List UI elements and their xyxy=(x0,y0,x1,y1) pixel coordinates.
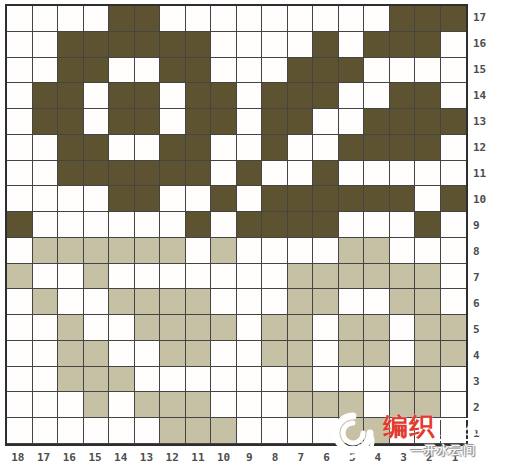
chart-cell xyxy=(339,6,365,32)
chart-cell xyxy=(135,83,161,109)
chart-cell xyxy=(135,418,161,444)
col-label: 13 xyxy=(134,447,160,467)
chart-cell xyxy=(135,392,161,418)
chart-cell xyxy=(135,264,161,290)
chart-cell xyxy=(415,32,441,58)
chart-cell xyxy=(415,109,441,135)
chart-cell xyxy=(390,315,416,341)
chart-cell xyxy=(441,212,467,238)
chart-cell xyxy=(390,32,416,58)
chart-cell xyxy=(160,315,186,341)
chart-cell xyxy=(58,161,84,187)
chart-cell xyxy=(7,367,33,393)
chart-cell xyxy=(109,367,135,393)
chart-cell xyxy=(160,212,186,238)
chart-cell xyxy=(7,58,33,84)
col-label: 17 xyxy=(31,447,57,467)
chart-cell xyxy=(262,212,288,238)
chart-cell xyxy=(313,238,339,264)
chart-cell xyxy=(186,212,212,238)
chart-cell xyxy=(58,418,84,444)
chart-cell xyxy=(339,238,365,264)
chart-cell xyxy=(84,238,110,264)
chart-cell xyxy=(186,341,212,367)
chart-cell xyxy=(211,264,237,290)
chart-cell xyxy=(84,186,110,212)
chart-cell xyxy=(262,418,288,444)
col-label: 5 xyxy=(339,447,365,467)
chart-cell xyxy=(339,367,365,393)
chart-cell xyxy=(109,212,135,238)
chart-cell xyxy=(109,186,135,212)
chart-cell xyxy=(135,135,161,161)
chart-cell xyxy=(415,135,441,161)
chart-cell xyxy=(135,212,161,238)
chart-cell xyxy=(364,264,390,290)
col-label: 1 xyxy=(442,447,468,467)
chart-cell xyxy=(288,264,314,290)
chart-cell xyxy=(160,135,186,161)
chart-cell xyxy=(364,212,390,238)
chart-cell xyxy=(211,418,237,444)
column-number-labels: 181716151413121110987654321 xyxy=(5,447,468,467)
chart-cell xyxy=(364,109,390,135)
chart-cell xyxy=(237,264,263,290)
chart-cell xyxy=(58,6,84,32)
col-label: 15 xyxy=(82,447,108,467)
chart-cell xyxy=(58,109,84,135)
chart-cell xyxy=(288,418,314,444)
chart-cell xyxy=(288,135,314,161)
chart-cell xyxy=(441,418,467,444)
chart-cell xyxy=(339,289,365,315)
chart-cell xyxy=(160,367,186,393)
chart-cell xyxy=(288,341,314,367)
chart-cell xyxy=(7,186,33,212)
chart-cell xyxy=(288,238,314,264)
chart-cell xyxy=(160,289,186,315)
chart-cell xyxy=(84,315,110,341)
chart-cell xyxy=(33,238,59,264)
chart-cell xyxy=(262,264,288,290)
chart-cell xyxy=(441,109,467,135)
chart-cell xyxy=(160,6,186,32)
row-label: 14 xyxy=(470,82,496,108)
chart-cell xyxy=(237,161,263,187)
chart-cell xyxy=(390,161,416,187)
chart-cell xyxy=(58,238,84,264)
chart-cell xyxy=(237,315,263,341)
chart-cell xyxy=(339,418,365,444)
chart-cell xyxy=(84,289,110,315)
chart-cell xyxy=(186,109,212,135)
chart-cell xyxy=(313,6,339,32)
chart-cell xyxy=(186,238,212,264)
chart-cell xyxy=(262,238,288,264)
chart-cell xyxy=(211,341,237,367)
chart-cell xyxy=(160,83,186,109)
col-label: 2 xyxy=(417,447,443,467)
chart-cell xyxy=(109,109,135,135)
chart-cell xyxy=(441,238,467,264)
chart-cell xyxy=(211,135,237,161)
chart-cell xyxy=(339,32,365,58)
chart-cell xyxy=(313,32,339,58)
chart-cell xyxy=(288,367,314,393)
chart-cell xyxy=(135,238,161,264)
row-label: 17 xyxy=(470,4,496,30)
chart-cell xyxy=(109,58,135,84)
chart-cell xyxy=(135,109,161,135)
chart-cell xyxy=(211,212,237,238)
chart-cell xyxy=(58,212,84,238)
chart-cell xyxy=(58,186,84,212)
chart-cell xyxy=(415,264,441,290)
chart-cell xyxy=(313,135,339,161)
chart-cell xyxy=(84,264,110,290)
chart-cell xyxy=(364,315,390,341)
chart-cell xyxy=(313,264,339,290)
chart-cell xyxy=(84,418,110,444)
row-label: 11 xyxy=(470,160,496,186)
chart-cell xyxy=(364,135,390,161)
chart-cell xyxy=(237,238,263,264)
chart-cell xyxy=(186,289,212,315)
chart-cell xyxy=(262,186,288,212)
chart-cell xyxy=(186,315,212,341)
chart-cell xyxy=(441,264,467,290)
chart-cell xyxy=(313,58,339,84)
chart-cell xyxy=(339,135,365,161)
chart-cell xyxy=(33,135,59,161)
chart-cell xyxy=(415,212,441,238)
chart-cell xyxy=(262,109,288,135)
row-label: 8 xyxy=(470,238,496,264)
chart-cell xyxy=(84,212,110,238)
chart-cell xyxy=(364,58,390,84)
chart-cell xyxy=(415,341,441,367)
row-number-labels: 1716151413121110987654321 xyxy=(470,4,496,446)
chart-cell xyxy=(7,418,33,444)
col-label: 12 xyxy=(159,447,185,467)
chart-cell xyxy=(186,161,212,187)
col-label: 9 xyxy=(236,447,262,467)
chart-cell xyxy=(441,83,467,109)
chart-cell xyxy=(58,341,84,367)
chart-cell xyxy=(441,32,467,58)
chart-cell xyxy=(211,58,237,84)
chart-cell xyxy=(390,58,416,84)
col-label: 8 xyxy=(262,447,288,467)
chart-cell xyxy=(109,135,135,161)
chart-cell xyxy=(313,212,339,238)
chart-cell xyxy=(7,32,33,58)
chart-cell xyxy=(186,418,212,444)
chart-cell xyxy=(186,367,212,393)
chart-cell xyxy=(390,418,416,444)
chart-cell xyxy=(415,238,441,264)
chart-cell xyxy=(339,315,365,341)
chart-cell xyxy=(237,186,263,212)
chart-cell xyxy=(441,58,467,84)
chart-cell xyxy=(84,32,110,58)
chart-cell xyxy=(58,289,84,315)
chart-cell xyxy=(84,135,110,161)
chart-cell xyxy=(109,161,135,187)
chart-cell xyxy=(364,161,390,187)
chart-cell xyxy=(390,264,416,290)
chart-cell xyxy=(390,212,416,238)
chart-cell xyxy=(186,32,212,58)
chart-cell xyxy=(441,392,467,418)
chart-cell xyxy=(364,418,390,444)
chart-cell xyxy=(160,109,186,135)
chart-cell xyxy=(237,367,263,393)
chart-cell xyxy=(33,186,59,212)
chart-cell xyxy=(415,392,441,418)
chart-cell xyxy=(288,58,314,84)
chart-cell xyxy=(441,315,467,341)
chart-cell xyxy=(135,367,161,393)
chart-cell xyxy=(339,58,365,84)
chart-cell xyxy=(313,315,339,341)
chart-cell xyxy=(415,367,441,393)
chart-cell xyxy=(160,418,186,444)
chart-cell xyxy=(313,418,339,444)
chart-cell xyxy=(339,264,365,290)
chart-cell xyxy=(160,186,186,212)
chart-cell xyxy=(84,58,110,84)
chart-cell xyxy=(33,109,59,135)
chart-cell xyxy=(33,212,59,238)
chart-cell xyxy=(33,32,59,58)
chart-cell xyxy=(58,315,84,341)
row-label: 6 xyxy=(470,290,496,316)
chart-cell xyxy=(288,392,314,418)
chart-cell xyxy=(211,6,237,32)
chart-cell xyxy=(364,83,390,109)
chart-cell xyxy=(84,367,110,393)
chart-cell xyxy=(288,32,314,58)
row-label: 4 xyxy=(470,342,496,368)
chart-cell xyxy=(313,367,339,393)
chart-cell xyxy=(237,341,263,367)
chart-cell xyxy=(58,264,84,290)
chart-cell xyxy=(364,186,390,212)
chart-cell xyxy=(33,6,59,32)
chart-cell xyxy=(160,58,186,84)
chart-cell xyxy=(33,83,59,109)
row-label: 5 xyxy=(470,316,496,342)
chart-cell xyxy=(415,289,441,315)
chart-cell xyxy=(135,161,161,187)
chart-cell xyxy=(84,83,110,109)
chart-cell xyxy=(288,315,314,341)
col-label: 16 xyxy=(56,447,82,467)
chart-cell xyxy=(7,289,33,315)
chart-cell xyxy=(186,186,212,212)
chart-cell xyxy=(237,58,263,84)
chart-cell xyxy=(390,6,416,32)
chart-cell xyxy=(390,289,416,315)
chart-cell xyxy=(211,315,237,341)
col-label: 3 xyxy=(391,447,417,467)
chart-cell xyxy=(135,315,161,341)
chart-cell xyxy=(109,289,135,315)
chart-cell xyxy=(33,341,59,367)
chart-cell xyxy=(58,32,84,58)
row-label: 3 xyxy=(470,368,496,394)
chart-cell xyxy=(364,289,390,315)
chart-cell xyxy=(339,83,365,109)
chart-cell xyxy=(262,135,288,161)
chart-cell xyxy=(160,264,186,290)
row-label: 15 xyxy=(470,56,496,82)
chart-cell xyxy=(33,58,59,84)
chart-cell xyxy=(415,58,441,84)
chart-cell xyxy=(237,135,263,161)
chart-cell xyxy=(58,83,84,109)
chart-cell xyxy=(7,238,33,264)
chart-cell xyxy=(109,6,135,32)
chart-cell xyxy=(160,341,186,367)
chart-cell xyxy=(58,58,84,84)
chart-cell xyxy=(288,161,314,187)
chart-cell xyxy=(186,135,212,161)
chart-cell xyxy=(33,161,59,187)
chart-cell xyxy=(237,289,263,315)
chart-cell xyxy=(237,6,263,32)
chart-cell xyxy=(339,161,365,187)
chart-cell xyxy=(237,392,263,418)
col-label: 14 xyxy=(108,447,134,467)
chart-cell xyxy=(33,264,59,290)
knitting-chart-page: 1716151413121110987654321 18171615141312… xyxy=(0,0,505,472)
chart-cell xyxy=(237,32,263,58)
chart-cell xyxy=(237,109,263,135)
chart-cell xyxy=(390,135,416,161)
chart-cell xyxy=(7,6,33,32)
chart-cell xyxy=(186,58,212,84)
chart-cell xyxy=(109,83,135,109)
chart-cell xyxy=(160,238,186,264)
col-label: 4 xyxy=(365,447,391,467)
chart-cell xyxy=(186,264,212,290)
chart-cell xyxy=(33,315,59,341)
chart-cell xyxy=(7,83,33,109)
chart-cell xyxy=(211,83,237,109)
chart-cell xyxy=(441,341,467,367)
chart-cell xyxy=(211,161,237,187)
chart-cell xyxy=(262,32,288,58)
row-label: 13 xyxy=(470,108,496,134)
chart-cell xyxy=(109,418,135,444)
chart-cell xyxy=(211,289,237,315)
chart-cell xyxy=(211,367,237,393)
chart-cell xyxy=(313,161,339,187)
chart-cell xyxy=(441,186,467,212)
col-label: 7 xyxy=(288,447,314,467)
chart-cell xyxy=(109,315,135,341)
chart-cell xyxy=(237,212,263,238)
chart-cell xyxy=(390,367,416,393)
chart-cell xyxy=(186,392,212,418)
row-label: 12 xyxy=(470,134,496,160)
chart-cell xyxy=(390,392,416,418)
col-label: 10 xyxy=(211,447,237,467)
row-label: 10 xyxy=(470,186,496,212)
row-label: 2 xyxy=(470,394,496,420)
chart-cell xyxy=(415,161,441,187)
chart-cell xyxy=(415,418,441,444)
chart-cell xyxy=(262,6,288,32)
chart-cell xyxy=(415,186,441,212)
chart-cell xyxy=(84,392,110,418)
chart-cell xyxy=(262,367,288,393)
chart-cell xyxy=(339,212,365,238)
chart-cell xyxy=(262,58,288,84)
chart-cell xyxy=(339,392,365,418)
chart-cell xyxy=(313,289,339,315)
chart-cell xyxy=(288,186,314,212)
chart-cell xyxy=(288,6,314,32)
chart-cell xyxy=(109,238,135,264)
chart-cell xyxy=(7,341,33,367)
chart-cell xyxy=(58,392,84,418)
chart-cell xyxy=(211,32,237,58)
chart-cell xyxy=(390,238,416,264)
chart-cell xyxy=(135,289,161,315)
chart-cell xyxy=(135,58,161,84)
row-label: 7 xyxy=(470,264,496,290)
chart-cell xyxy=(441,135,467,161)
chart-cell xyxy=(7,315,33,341)
chart-cell xyxy=(7,135,33,161)
chart-cell xyxy=(288,83,314,109)
chart-cell xyxy=(160,392,186,418)
chart-cell xyxy=(441,161,467,187)
chart-cell xyxy=(288,212,314,238)
chart-cell xyxy=(364,238,390,264)
chart-cell xyxy=(313,109,339,135)
chart-cell xyxy=(237,418,263,444)
chart-cell xyxy=(33,289,59,315)
chart-cell xyxy=(7,264,33,290)
chart-cell xyxy=(7,109,33,135)
chart-cell xyxy=(211,186,237,212)
chart-cell xyxy=(441,289,467,315)
chart-cell xyxy=(364,32,390,58)
col-label: 11 xyxy=(185,447,211,467)
chart-cell xyxy=(390,83,416,109)
chart-cell xyxy=(109,341,135,367)
chart-cell xyxy=(262,315,288,341)
chart-cell xyxy=(211,392,237,418)
row-label: 9 xyxy=(470,212,496,238)
chart-cell xyxy=(415,315,441,341)
chart-cell xyxy=(441,6,467,32)
chart-cell xyxy=(211,238,237,264)
chart-cell xyxy=(33,367,59,393)
chart-cell xyxy=(390,341,416,367)
chart-cell xyxy=(160,32,186,58)
chart-cell xyxy=(33,418,59,444)
chart-cell xyxy=(135,186,161,212)
chart-cell xyxy=(390,186,416,212)
chart-cell xyxy=(313,83,339,109)
chart-cell xyxy=(135,341,161,367)
chart-cell xyxy=(262,161,288,187)
